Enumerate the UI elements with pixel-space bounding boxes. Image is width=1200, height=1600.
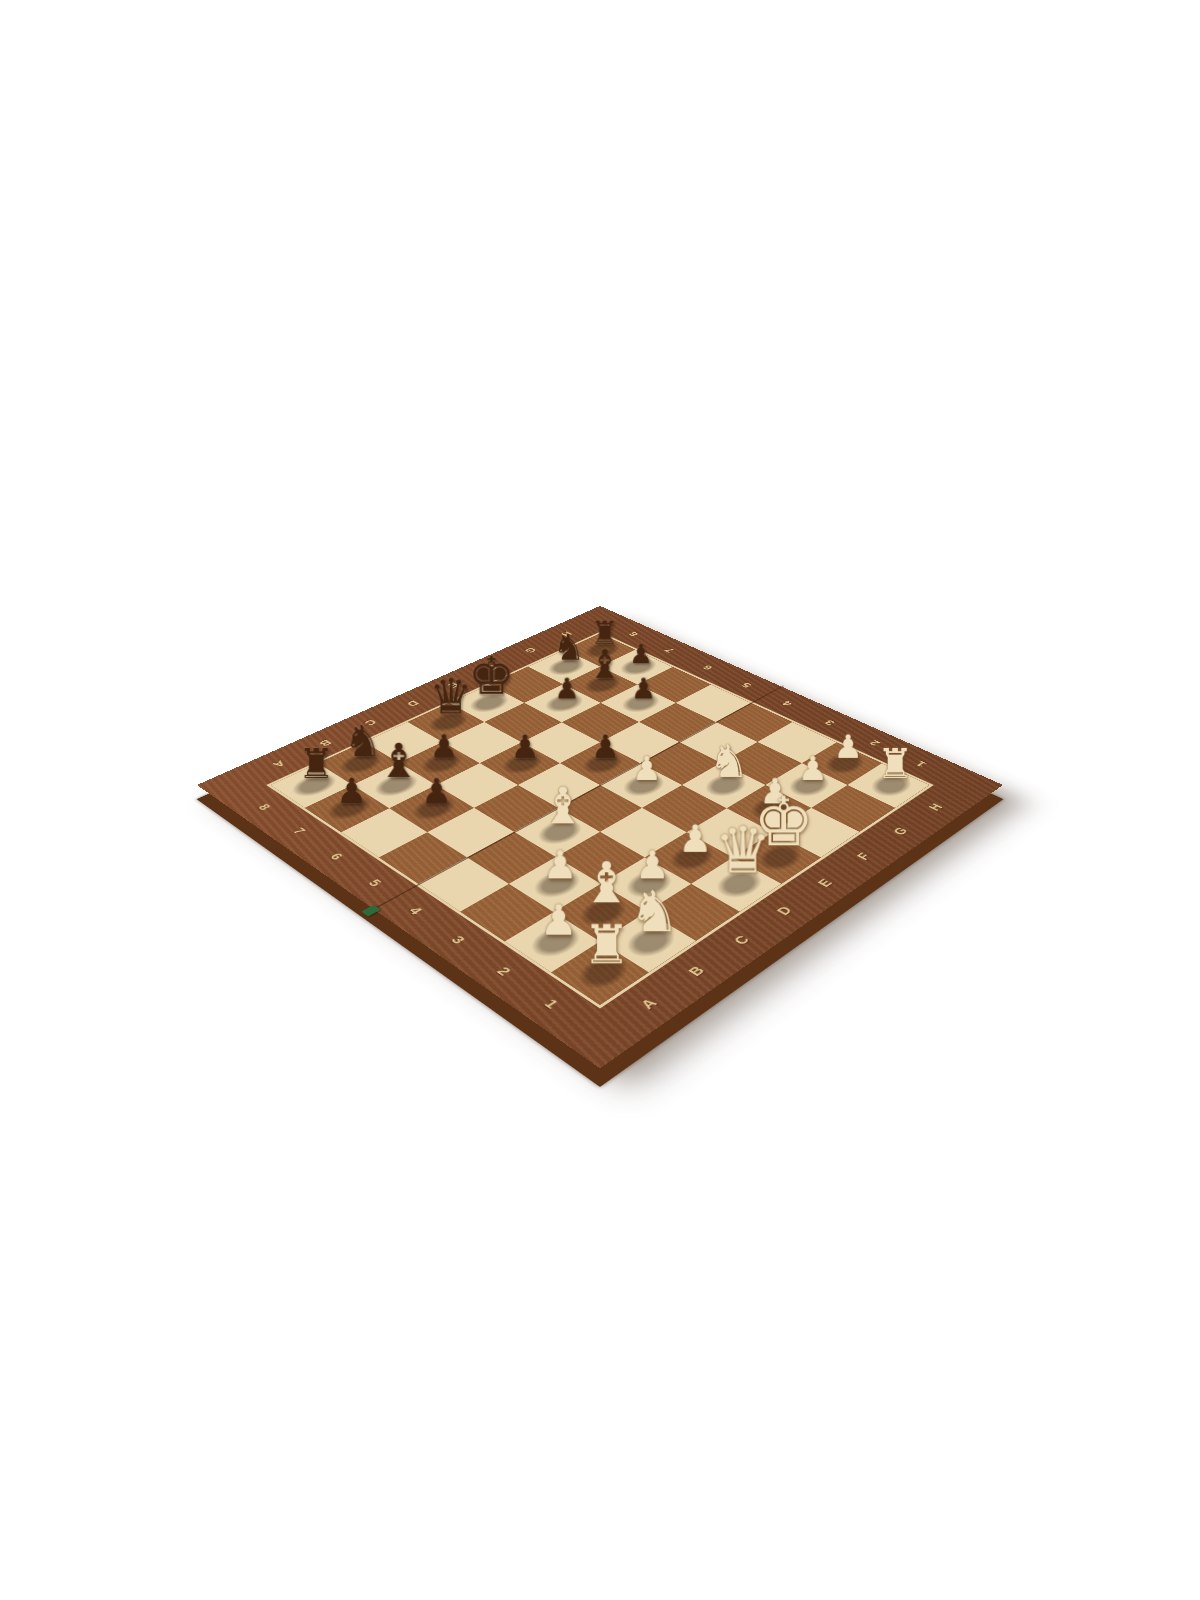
file-label-near-H: H [917, 797, 955, 818]
black-queen-glyph: ♛ [419, 668, 483, 724]
rank-label-left-1: 1 [529, 989, 574, 1019]
white-queen-glyph: ♛ [705, 812, 780, 887]
rank-label-left-4: 4 [395, 898, 437, 924]
rank-label-left-5: 5 [355, 871, 395, 895]
file-label-near-E: E [805, 871, 845, 895]
file-label-near-C: C [720, 927, 763, 954]
product-photo-white-background: { "game": "chess", "board_type": "foldin… [0, 0, 1200, 1600]
pieces-layer: ♜♞♟♝♚♟♟♛♞♟♟♟♟♜♝♟♞♟♜♟♟♟♝♟♚♟♟♛♝♟♞♜ [270, 633, 929, 1005]
board-frame: ♜♞♟♝♚♟♟♛♞♟♟♟♟♜♝♟♞♟♜♟♟♟♝♟♚♟♟♛♝♟♞♜ 8AA87BB… [197, 606, 1003, 1069]
rank-label-right-5: 5 [730, 677, 763, 693]
file-label-near-D: D [764, 898, 806, 924]
black-pawn-glyph: ♟ [402, 770, 472, 811]
chess-board: ♜♞♟♝♚♟♟♛♞♟♟♟♟♜♝♟♞♟♜♟♟♟♝♟♚♟♟♛♝♟♞♜ 8AA87BB… [197, 606, 1003, 1069]
playing-area: ♜♞♟♝♚♟♟♛♞♟♟♟♟♜♝♟♞♟♜♟♟♟♝♟♚♟♟♛♝♟♞♜ [270, 633, 929, 1005]
rank-label-left-7: 7 [280, 820, 319, 842]
black-pawn-glyph: ♟ [536, 671, 598, 705]
rank-label-left-8: 8 [246, 797, 284, 818]
black-pawn-glyph: ♟ [491, 728, 558, 766]
black-pawn-glyph: ♟ [317, 770, 387, 811]
rank-label-left-2: 2 [482, 957, 526, 985]
white-rook-glyph: ♜ [566, 913, 647, 976]
rank-label-right-6: 6 [691, 660, 723, 675]
file-label-near-G: G [881, 820, 920, 842]
rank-label-left-6: 6 [317, 845, 356, 868]
file-label-near-A: A [626, 989, 671, 1019]
rank-label-left-3: 3 [437, 927, 480, 954]
file-label-near-F: F [844, 845, 883, 868]
rank-label-right-4: 4 [770, 695, 804, 712]
white-rook-glyph: ♜ [861, 740, 929, 788]
white-pawn-glyph: ♟ [613, 749, 681, 788]
file-label-near-B: B [674, 957, 718, 985]
black-pawn-glyph: ♟ [612, 671, 674, 705]
white-bishop-glyph: ♝ [527, 777, 599, 836]
